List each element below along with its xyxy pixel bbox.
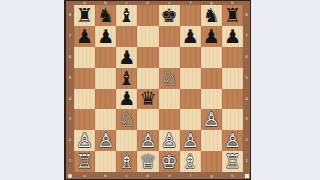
white-pawn-f2: ♙ xyxy=(180,130,201,151)
rank-label-7: 7 xyxy=(68,31,72,41)
square-b7[interactable]: ♟ xyxy=(95,26,116,47)
file-label-a: a xyxy=(79,2,90,4)
black-king-e8: ♚ xyxy=(159,5,180,26)
square-g1[interactable] xyxy=(201,151,222,172)
square-g2[interactable] xyxy=(201,130,222,151)
white-pawn-b2: ♙ xyxy=(95,130,116,151)
black-knight-g8: ♞ xyxy=(201,5,222,26)
square-f7[interactable]: ♟ xyxy=(180,26,201,47)
square-d4[interactable]: ♛ xyxy=(137,89,158,110)
square-d8[interactable] xyxy=(137,5,158,26)
black-bishop-c8: ♝ xyxy=(116,5,137,26)
rank-labels-right: 87654321 xyxy=(243,5,250,172)
file-label-d: d xyxy=(143,2,154,4)
square-c1[interactable]: ♗ xyxy=(116,151,137,172)
rank-label-4: 4 xyxy=(68,94,72,104)
white-queen-d1: ♕ xyxy=(137,151,158,172)
square-b2[interactable]: ♙ xyxy=(95,130,116,151)
file-label-b: b xyxy=(100,174,111,178)
white-pawn-e2: ♙ xyxy=(159,130,180,151)
white-pawn-a2: ♙ xyxy=(74,130,95,151)
black-pawn-b7: ♟ xyxy=(95,26,116,47)
rank-label-3: 3 xyxy=(245,115,249,125)
rank-label-1: 1 xyxy=(245,156,249,166)
file-label-g: g xyxy=(206,2,217,4)
square-a3[interactable] xyxy=(74,109,95,130)
black-pawn-a7: ♟ xyxy=(74,26,95,47)
square-g5[interactable] xyxy=(201,68,222,89)
square-b4[interactable] xyxy=(95,89,116,110)
file-label-b: b xyxy=(100,2,111,4)
board-grid: ♜♞♝♚♞♜♟♟♟♟♟♟♝♘♟♛♘♙♙♙♙♙♙♙♖♗♕♔♗♖ xyxy=(74,5,243,172)
square-h4[interactable] xyxy=(222,89,243,110)
square-g4[interactable] xyxy=(201,89,222,110)
black-pawn-c4: ♟ xyxy=(116,89,137,110)
square-b5[interactable] xyxy=(95,68,116,89)
square-h3[interactable] xyxy=(222,109,243,130)
square-h2[interactable]: ♙ xyxy=(222,130,243,151)
white-to-move-square-icon xyxy=(245,174,249,178)
file-label-c: c xyxy=(122,2,133,4)
square-a2[interactable]: ♙ xyxy=(74,130,95,151)
square-h6[interactable] xyxy=(222,47,243,68)
black-rook-h8: ♜ xyxy=(222,5,243,26)
black-rook-a8: ♜ xyxy=(74,5,95,26)
black-pawn-c6: ♟ xyxy=(116,47,137,68)
white-bishop-f1: ♗ xyxy=(180,151,201,172)
file-label-h: h xyxy=(227,174,238,178)
white-pawn-h2: ♙ xyxy=(222,130,243,151)
page-background: abcdefgh abcdefgh 87654321 87654321 ♜♞♝♚… xyxy=(0,0,320,180)
square-e3[interactable] xyxy=(159,109,180,130)
file-label-d: d xyxy=(143,174,154,178)
square-a1[interactable]: ♖ xyxy=(74,151,95,172)
square-e1[interactable]: ♔ xyxy=(159,151,180,172)
black-queen-d4: ♛ xyxy=(137,89,158,110)
rank-label-5: 5 xyxy=(68,73,72,83)
rank-label-8: 8 xyxy=(245,10,249,20)
file-label-h: h xyxy=(227,2,238,4)
square-a5[interactable] xyxy=(74,68,95,89)
square-c3[interactable]: ♘ xyxy=(116,109,137,130)
black-pawn-g7: ♟ xyxy=(201,26,222,47)
square-a6[interactable] xyxy=(74,47,95,68)
rank-label-8: 8 xyxy=(68,10,72,20)
square-h1[interactable]: ♖ xyxy=(222,151,243,172)
square-e8[interactable]: ♚ xyxy=(159,5,180,26)
square-d2[interactable]: ♙ xyxy=(137,130,158,151)
rank-label-3: 3 xyxy=(68,115,72,125)
square-f2[interactable]: ♙ xyxy=(180,130,201,151)
square-f3[interactable] xyxy=(180,109,201,130)
square-d6[interactable] xyxy=(137,47,158,68)
square-b6[interactable] xyxy=(95,47,116,68)
rank-label-2: 2 xyxy=(68,135,72,145)
square-g8[interactable]: ♞ xyxy=(201,5,222,26)
square-c8[interactable]: ♝ xyxy=(116,5,137,26)
square-b8[interactable]: ♞ xyxy=(95,5,116,26)
white-pawn-g3: ♙ xyxy=(201,109,222,130)
square-f8[interactable] xyxy=(180,5,201,26)
white-pawn-d2: ♙ xyxy=(137,130,158,151)
file-label-f: f xyxy=(185,174,196,178)
file-label-c: c xyxy=(122,174,133,178)
white-rook-a1: ♖ xyxy=(74,151,95,172)
square-f1[interactable]: ♗ xyxy=(180,151,201,172)
square-d7[interactable] xyxy=(137,26,158,47)
rank-label-1: 1 xyxy=(68,156,72,166)
square-h7[interactable]: ♟ xyxy=(222,26,243,47)
square-f6[interactable] xyxy=(180,47,201,68)
white-rook-h1: ♖ xyxy=(222,151,243,172)
white-knight-c3: ♘ xyxy=(116,109,137,130)
square-e6[interactable] xyxy=(159,47,180,68)
rank-label-7: 7 xyxy=(245,31,249,41)
square-g6[interactable] xyxy=(201,47,222,68)
white-bishop-c1: ♗ xyxy=(116,151,137,172)
file-label-e: e xyxy=(164,174,175,178)
white-king-e1: ♔ xyxy=(159,151,180,172)
file-label-g: g xyxy=(206,174,217,178)
square-e4[interactable] xyxy=(159,89,180,110)
square-b3[interactable] xyxy=(95,109,116,130)
file-label-f: f xyxy=(185,2,196,4)
square-a8[interactable]: ♜ xyxy=(74,5,95,26)
file-labels-bottom: abcdefgh xyxy=(74,172,243,179)
rank-label-6: 6 xyxy=(245,52,249,62)
square-h8[interactable]: ♜ xyxy=(222,5,243,26)
file-label-e: e xyxy=(164,2,175,4)
square-a7[interactable]: ♟ xyxy=(74,26,95,47)
square-g3[interactable]: ♙ xyxy=(201,109,222,130)
square-f4[interactable] xyxy=(180,89,201,110)
square-e7[interactable] xyxy=(159,26,180,47)
square-e5[interactable]: ♘ xyxy=(159,68,180,89)
chess-board: abcdefgh abcdefgh 87654321 87654321 ♜♞♝♚… xyxy=(64,0,251,180)
black-pawn-h7: ♟ xyxy=(222,26,243,47)
square-c4[interactable]: ♟ xyxy=(116,89,137,110)
rank-label-2: 2 xyxy=(245,135,249,145)
rank-label-6: 6 xyxy=(68,52,72,62)
corner-circle-icon xyxy=(68,174,72,178)
white-knight-e5: ♘ xyxy=(159,68,180,89)
square-a4[interactable] xyxy=(74,89,95,110)
black-bishop-c5: ♝ xyxy=(116,68,137,89)
square-h5[interactable] xyxy=(222,68,243,89)
square-d1[interactable]: ♕ xyxy=(137,151,158,172)
file-label-a: a xyxy=(79,174,90,178)
square-d3[interactable] xyxy=(137,109,158,130)
black-knight-b8: ♞ xyxy=(95,5,116,26)
black-pawn-f7: ♟ xyxy=(180,26,201,47)
square-b1[interactable] xyxy=(95,151,116,172)
rank-labels-left: 87654321 xyxy=(66,5,74,172)
square-d5[interactable] xyxy=(137,68,158,89)
square-c2[interactable] xyxy=(116,130,137,151)
rank-label-4: 4 xyxy=(245,94,249,104)
square-c5[interactable]: ♝ xyxy=(116,68,137,89)
square-c6[interactable]: ♟ xyxy=(116,47,137,68)
square-c7[interactable] xyxy=(116,26,137,47)
square-e2[interactable]: ♙ xyxy=(159,130,180,151)
square-f5[interactable] xyxy=(180,68,201,89)
rank-label-5: 5 xyxy=(245,73,249,83)
square-g7[interactable]: ♟ xyxy=(201,26,222,47)
